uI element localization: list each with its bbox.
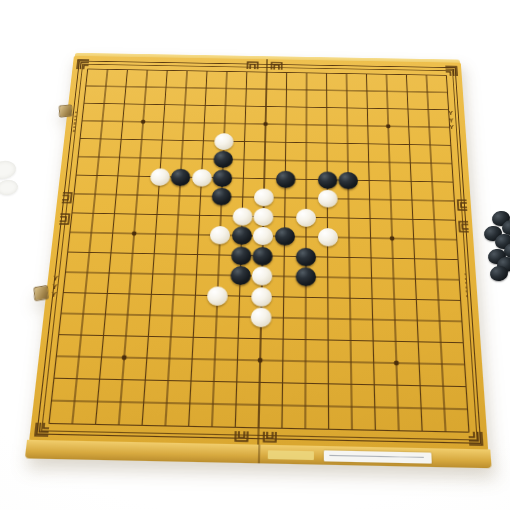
stones-layer [29,56,488,451]
brass-clasp-top [59,104,73,117]
photo-background: YYY YYY [0,0,510,510]
white-stone [318,228,338,247]
pile-black-stone [489,265,509,282]
white-stone [149,168,170,186]
front-edge-seam [258,445,260,464]
black-stone [252,246,273,265]
black-stone [296,267,316,286]
black-stone [317,171,337,189]
white-stone [253,207,273,225]
go-board: YYY YYY [27,56,490,471]
black-stone [212,169,232,187]
board-surface: YYY YYY [29,56,488,451]
white-stone [191,169,211,187]
black-stone [170,168,191,186]
black-stone [211,188,231,206]
black-stone [275,170,295,188]
brass-clasp-bottom [34,285,49,301]
white-stone [210,226,231,245]
black-stone [296,247,316,266]
black-stone [338,171,358,189]
yellow-label-sticker [268,450,314,460]
black-stone [230,266,251,285]
black-stone [230,246,251,265]
white-stone [207,286,228,306]
black-stone [231,226,252,245]
faint-white-stone [0,159,18,182]
sticker-illegible-text [329,454,424,458]
white-stone [296,208,316,226]
black-stone [213,151,233,168]
white-stone [251,307,272,327]
white-stone [251,287,272,307]
black-stones-pile [452,183,510,285]
white-stone [253,227,273,246]
black-stone [274,227,294,246]
faint-white-stone [0,179,19,197]
white-stone [252,266,273,285]
white-label-sticker [324,450,432,463]
white-stone [317,190,337,208]
white-stone [254,188,274,206]
white-stone [214,133,234,150]
white-stone [232,207,252,225]
